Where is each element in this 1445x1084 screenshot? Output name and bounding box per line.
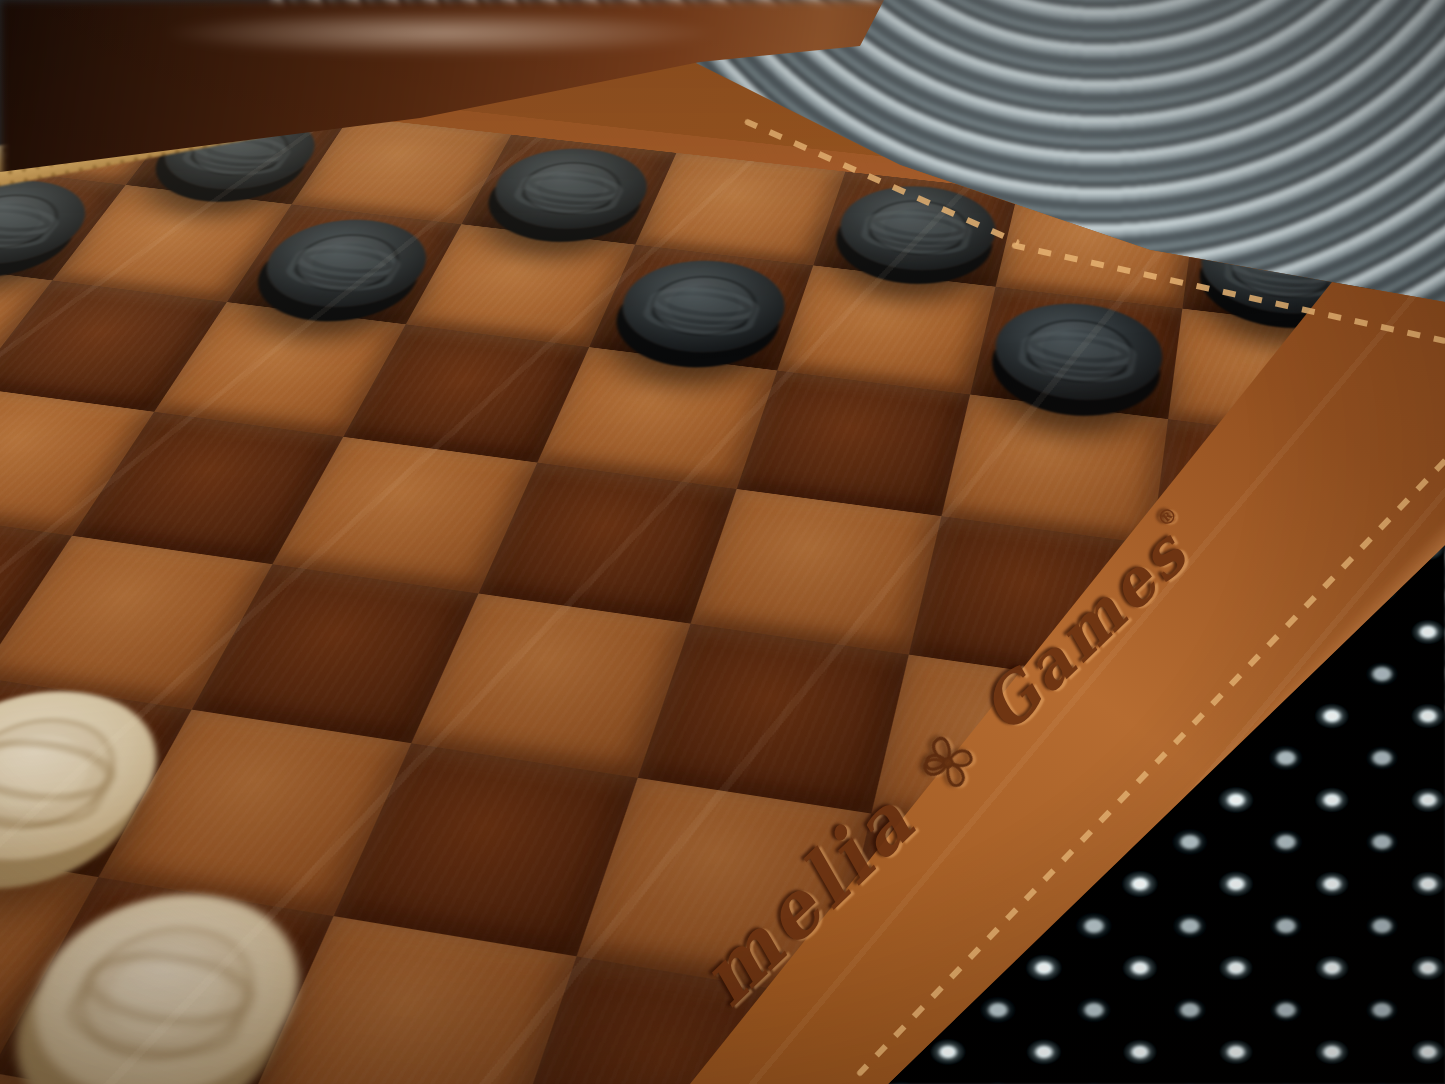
black-draughts-man-glyph: ⛂: [244, 212, 446, 316]
black-man-c7[interactable]: ⛂: [244, 212, 446, 316]
white-man-d2[interactable]: ⛀: [0, 877, 334, 1084]
black-draughts-man-glyph: ⛂: [605, 253, 798, 362]
black-man-d8[interactable]: ⛂: [477, 142, 663, 237]
black-draughts-man-glyph: ⛂: [0, 173, 110, 272]
black-draughts-man-glyph: ⛂: [477, 142, 663, 237]
white-draughts-man-glyph: ⛀: [0, 877, 334, 1084]
black-man-g7[interactable]: ⛂: [985, 295, 1168, 409]
white-man-c3[interactable]: ⛀: [0, 677, 192, 877]
black-man-e7[interactable]: ⛂: [605, 253, 798, 362]
white-draughts-man-glyph: ⛀: [0, 677, 192, 877]
black-draughts-man-glyph: ⛂: [985, 295, 1168, 409]
photo-scene: ⛂⛂⛂⛂⛂⛂⛂⛂⛀⛀ melia Games®: [0, 0, 1445, 1084]
black-man-a7[interactable]: ⛂: [0, 173, 110, 272]
